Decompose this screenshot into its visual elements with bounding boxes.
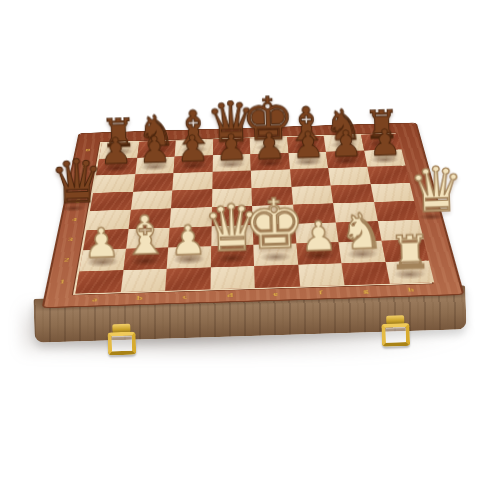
file-label-d: d [208, 292, 253, 299]
square-b6[interactable] [133, 173, 174, 192]
file-label-c: c [162, 293, 207, 300]
square-h5[interactable] [370, 183, 414, 202]
square-e1[interactable] [254, 264, 300, 287]
extra-white-queen-slot: ♛ [406, 201, 456, 221]
square-h6[interactable] [367, 166, 410, 184]
black-queen[interactable]: ♛ [49, 151, 95, 212]
square-c6[interactable] [172, 172, 212, 191]
file-label-b: b [117, 295, 163, 302]
square-f1[interactable] [298, 263, 345, 286]
rank-label-1: 1 [50, 270, 74, 293]
chess-board: ♜♞♝♛♚♝♞♜♟♟♟♟♟♟♟♟♟♝♟♛♚♟♞♜ abcdefgh 123456… [44, 123, 462, 307]
board-grid: ♜♞♝♛♚♝♞♜♟♟♟♟♟♟♟♟♟♝♟♛♚♟♞♜ [73, 133, 432, 295]
file-label-g: g [343, 288, 389, 295]
board-frame: ♜♞♝♛♚♝♞♜♟♟♟♟♟♟♟♟♟♝♟♛♚♟♞♜ abcdefgh 123456… [44, 123, 462, 307]
product-photo-canvas: { "game": "chess", "scene_description": … [0, 0, 500, 500]
square-b1[interactable] [120, 269, 166, 293]
square-h7[interactable]: ♟ [364, 149, 406, 167]
square-h1[interactable]: ♜ [385, 260, 434, 283]
file-label-h: h [388, 286, 434, 293]
perspective-scene: ♜♞♝♛♚♝♞♜♟♟♟♟♟♟♟♟♟♝♟♛♚♟♞♜ abcdefgh 123456… [0, 0, 500, 500]
file-label-a: a [71, 296, 117, 303]
square-c1[interactable] [165, 267, 210, 291]
file-label-f: f [298, 289, 344, 296]
square-d1[interactable] [210, 266, 255, 290]
square-a1[interactable] [75, 270, 123, 294]
white-rook[interactable]: ♜ [362, 228, 456, 277]
square-g5[interactable] [331, 184, 374, 203]
photo-stage: ♜♞♝♛♚♝♞♜♟♟♟♟♟♟♟♟♟♝♟♛♚♟♞♜ abcdefgh 123456… [0, 0, 500, 500]
file-label-e: e [253, 291, 299, 298]
extra-black-queen-slot: ♛ [51, 194, 98, 213]
square-g6[interactable] [328, 167, 370, 185]
white-queen[interactable]: ♛ [408, 158, 455, 221]
